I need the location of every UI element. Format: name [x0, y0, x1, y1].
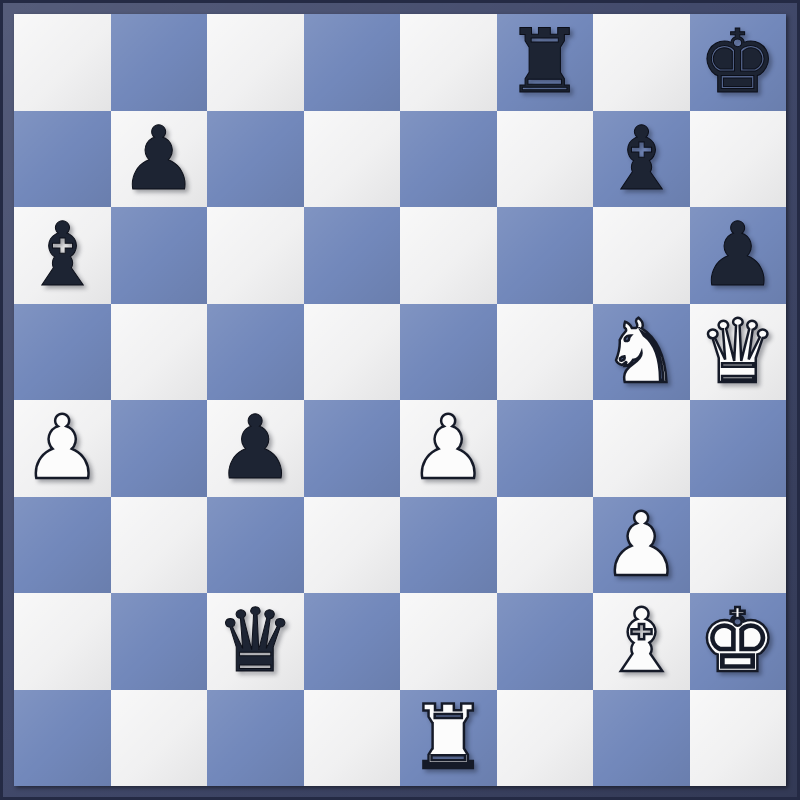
square-a2[interactable]: [14, 593, 111, 690]
square-h4[interactable]: [690, 400, 787, 497]
square-f6[interactable]: [497, 207, 594, 304]
square-g7[interactable]: ♝: [593, 111, 690, 208]
square-b4[interactable]: [111, 400, 208, 497]
piece-white-king[interactable]: ♚: [698, 597, 777, 685]
square-b2[interactable]: [111, 593, 208, 690]
piece-black-king[interactable]: ♚: [698, 18, 777, 106]
square-d6[interactable]: [304, 207, 401, 304]
piece-white-bishop[interactable]: ♝: [602, 597, 681, 685]
square-e6[interactable]: [400, 207, 497, 304]
square-a6[interactable]: ♝: [14, 207, 111, 304]
square-e7[interactable]: [400, 111, 497, 208]
square-e5[interactable]: [400, 304, 497, 401]
square-g3[interactable]: ♟: [593, 497, 690, 594]
square-c3[interactable]: [207, 497, 304, 594]
square-a3[interactable]: [14, 497, 111, 594]
piece-black-bishop[interactable]: ♝: [23, 211, 102, 299]
square-d2[interactable]: [304, 593, 401, 690]
square-a8[interactable]: [14, 14, 111, 111]
board-frame: ♜♚♟♝♝♟♞♛♟♟♟♟♛♝♚♜: [0, 0, 800, 800]
square-h2[interactable]: ♚: [690, 593, 787, 690]
square-a7[interactable]: [14, 111, 111, 208]
square-a5[interactable]: [14, 304, 111, 401]
piece-black-bishop[interactable]: ♝: [602, 115, 681, 203]
square-g8[interactable]: [593, 14, 690, 111]
square-f2[interactable]: [497, 593, 594, 690]
square-c4[interactable]: ♟: [207, 400, 304, 497]
square-e8[interactable]: [400, 14, 497, 111]
square-c5[interactable]: [207, 304, 304, 401]
square-h3[interactable]: [690, 497, 787, 594]
square-c6[interactable]: [207, 207, 304, 304]
piece-black-pawn[interactable]: ♟: [119, 115, 198, 203]
square-e2[interactable]: [400, 593, 497, 690]
square-b3[interactable]: [111, 497, 208, 594]
square-a1[interactable]: [14, 690, 111, 787]
square-f1[interactable]: [497, 690, 594, 787]
square-d1[interactable]: [304, 690, 401, 787]
square-d8[interactable]: [304, 14, 401, 111]
piece-white-pawn[interactable]: ♟: [409, 404, 488, 492]
square-f3[interactable]: [497, 497, 594, 594]
square-a4[interactable]: ♟: [14, 400, 111, 497]
piece-white-rook[interactable]: ♜: [409, 694, 488, 782]
piece-white-pawn[interactable]: ♟: [23, 404, 102, 492]
square-g2[interactable]: ♝: [593, 593, 690, 690]
piece-black-pawn[interactable]: ♟: [698, 211, 777, 299]
chess-board: ♜♚♟♝♝♟♞♛♟♟♟♟♛♝♚♜: [14, 14, 786, 786]
piece-white-queen[interactable]: ♛: [698, 308, 777, 396]
square-g6[interactable]: [593, 207, 690, 304]
square-c7[interactable]: [207, 111, 304, 208]
square-d7[interactable]: [304, 111, 401, 208]
square-d4[interactable]: [304, 400, 401, 497]
square-g5[interactable]: ♞: [593, 304, 690, 401]
square-b1[interactable]: [111, 690, 208, 787]
square-e1[interactable]: ♜: [400, 690, 497, 787]
piece-black-queen[interactable]: ♛: [216, 597, 295, 685]
square-c8[interactable]: [207, 14, 304, 111]
square-d3[interactable]: [304, 497, 401, 594]
piece-black-rook[interactable]: ♜: [505, 18, 584, 106]
square-g4[interactable]: [593, 400, 690, 497]
square-e4[interactable]: ♟: [400, 400, 497, 497]
piece-white-pawn[interactable]: ♟: [602, 501, 681, 589]
square-h5[interactable]: ♛: [690, 304, 787, 401]
square-f7[interactable]: [497, 111, 594, 208]
square-f4[interactable]: [497, 400, 594, 497]
square-h1[interactable]: [690, 690, 787, 787]
square-h7[interactable]: [690, 111, 787, 208]
square-f8[interactable]: ♜: [497, 14, 594, 111]
square-h6[interactable]: ♟: [690, 207, 787, 304]
square-b5[interactable]: [111, 304, 208, 401]
square-b6[interactable]: [111, 207, 208, 304]
piece-white-knight[interactable]: ♞: [602, 308, 681, 396]
square-f5[interactable]: [497, 304, 594, 401]
square-h8[interactable]: ♚: [690, 14, 787, 111]
square-c2[interactable]: ♛: [207, 593, 304, 690]
piece-black-pawn[interactable]: ♟: [216, 404, 295, 492]
square-b8[interactable]: [111, 14, 208, 111]
square-d5[interactable]: [304, 304, 401, 401]
square-b7[interactable]: ♟: [111, 111, 208, 208]
square-g1[interactable]: [593, 690, 690, 787]
square-e3[interactable]: [400, 497, 497, 594]
square-c1[interactable]: [207, 690, 304, 787]
